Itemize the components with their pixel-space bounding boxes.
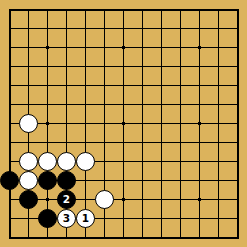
intersection[interactable] bbox=[114, 114, 133, 133]
intersection[interactable] bbox=[228, 76, 247, 95]
intersection[interactable] bbox=[190, 133, 209, 152]
intersection[interactable] bbox=[228, 171, 247, 190]
intersection[interactable] bbox=[19, 57, 38, 76]
intersection[interactable] bbox=[171, 38, 190, 57]
intersection[interactable] bbox=[209, 171, 228, 190]
intersection[interactable] bbox=[190, 57, 209, 76]
intersection[interactable] bbox=[133, 114, 152, 133]
intersection[interactable] bbox=[76, 19, 95, 38]
intersection[interactable] bbox=[228, 228, 247, 247]
intersection[interactable] bbox=[133, 38, 152, 57]
intersection[interactable] bbox=[19, 38, 38, 57]
white-stone: 3 bbox=[57, 209, 76, 228]
intersection[interactable] bbox=[152, 171, 171, 190]
intersection[interactable] bbox=[228, 152, 247, 171]
intersection[interactable] bbox=[76, 228, 95, 247]
intersection[interactable] bbox=[76, 0, 95, 19]
intersection[interactable] bbox=[114, 76, 133, 95]
black-stone bbox=[19, 190, 38, 209]
intersection[interactable] bbox=[95, 114, 114, 133]
intersection[interactable] bbox=[171, 133, 190, 152]
intersection[interactable] bbox=[19, 209, 38, 228]
intersection[interactable] bbox=[38, 114, 57, 133]
intersection[interactable] bbox=[190, 171, 209, 190]
intersection[interactable] bbox=[152, 95, 171, 114]
intersection[interactable] bbox=[76, 57, 95, 76]
intersection[interactable] bbox=[133, 133, 152, 152]
intersection[interactable] bbox=[171, 114, 190, 133]
intersection[interactable] bbox=[152, 133, 171, 152]
intersection[interactable] bbox=[114, 57, 133, 76]
intersection[interactable] bbox=[152, 57, 171, 76]
intersection[interactable] bbox=[209, 76, 228, 95]
intersection[interactable] bbox=[95, 76, 114, 95]
intersection[interactable] bbox=[228, 133, 247, 152]
white-stone bbox=[38, 152, 57, 171]
intersection[interactable] bbox=[209, 95, 228, 114]
white-stone bbox=[19, 171, 38, 190]
intersection[interactable] bbox=[57, 114, 76, 133]
white-stone bbox=[19, 152, 38, 171]
intersection[interactable] bbox=[133, 76, 152, 95]
intersection[interactable] bbox=[76, 190, 95, 209]
intersection[interactable] bbox=[133, 57, 152, 76]
intersection[interactable] bbox=[133, 0, 152, 19]
intersection[interactable] bbox=[0, 171, 19, 190]
intersection[interactable] bbox=[95, 190, 114, 209]
intersection[interactable] bbox=[190, 228, 209, 247]
intersection[interactable] bbox=[0, 209, 19, 228]
intersection[interactable] bbox=[209, 0, 228, 19]
intersection[interactable] bbox=[190, 190, 209, 209]
intersection[interactable] bbox=[57, 95, 76, 114]
intersection[interactable] bbox=[133, 228, 152, 247]
white-stone bbox=[95, 190, 114, 209]
intersection[interactable] bbox=[171, 228, 190, 247]
intersection[interactable] bbox=[152, 38, 171, 57]
intersection[interactable] bbox=[57, 76, 76, 95]
intersection[interactable]: 1 bbox=[76, 209, 95, 228]
intersection[interactable] bbox=[133, 95, 152, 114]
intersection[interactable] bbox=[190, 209, 209, 228]
intersection[interactable] bbox=[190, 95, 209, 114]
intersection[interactable] bbox=[95, 133, 114, 152]
intersection[interactable] bbox=[57, 171, 76, 190]
intersection[interactable] bbox=[171, 95, 190, 114]
intersection[interactable] bbox=[95, 19, 114, 38]
intersection[interactable] bbox=[228, 57, 247, 76]
intersection[interactable] bbox=[228, 95, 247, 114]
intersection[interactable] bbox=[19, 95, 38, 114]
intersection[interactable] bbox=[76, 38, 95, 57]
intersection[interactable] bbox=[114, 19, 133, 38]
intersection[interactable] bbox=[209, 133, 228, 152]
intersection[interactable] bbox=[190, 38, 209, 57]
intersection[interactable] bbox=[228, 0, 247, 19]
intersection[interactable] bbox=[76, 152, 95, 171]
black-stone bbox=[38, 171, 57, 190]
intersection[interactable] bbox=[19, 171, 38, 190]
black-stone bbox=[38, 209, 57, 228]
intersection[interactable] bbox=[0, 133, 19, 152]
intersection[interactable] bbox=[57, 19, 76, 38]
intersection[interactable] bbox=[19, 0, 38, 19]
intersection[interactable] bbox=[114, 133, 133, 152]
intersection[interactable] bbox=[114, 38, 133, 57]
intersection[interactable] bbox=[152, 190, 171, 209]
intersection[interactable] bbox=[38, 57, 57, 76]
black-stone bbox=[0, 171, 19, 190]
intersection[interactable] bbox=[133, 171, 152, 190]
intersection[interactable] bbox=[114, 152, 133, 171]
intersection[interactable] bbox=[95, 228, 114, 247]
intersection[interactable] bbox=[171, 57, 190, 76]
intersection[interactable] bbox=[171, 0, 190, 19]
intersection[interactable] bbox=[114, 171, 133, 190]
intersection[interactable] bbox=[0, 57, 19, 76]
intersection[interactable] bbox=[190, 19, 209, 38]
intersection[interactable] bbox=[0, 228, 19, 247]
intersection[interactable] bbox=[57, 0, 76, 19]
intersection[interactable] bbox=[38, 152, 57, 171]
intersection[interactable] bbox=[133, 209, 152, 228]
intersection[interactable] bbox=[38, 0, 57, 19]
intersection[interactable] bbox=[114, 209, 133, 228]
intersection[interactable] bbox=[19, 76, 38, 95]
intersection[interactable] bbox=[171, 209, 190, 228]
intersection[interactable]: 2 bbox=[57, 190, 76, 209]
intersection[interactable] bbox=[76, 133, 95, 152]
intersection[interactable] bbox=[0, 95, 19, 114]
intersection[interactable] bbox=[19, 190, 38, 209]
intersection[interactable] bbox=[76, 76, 95, 95]
intersection[interactable] bbox=[0, 19, 19, 38]
intersection[interactable] bbox=[95, 57, 114, 76]
intersection[interactable] bbox=[114, 95, 133, 114]
intersection[interactable] bbox=[38, 228, 57, 247]
intersection[interactable] bbox=[38, 133, 57, 152]
intersection[interactable]: 3 bbox=[57, 209, 76, 228]
intersection[interactable] bbox=[38, 19, 57, 38]
intersection[interactable] bbox=[133, 19, 152, 38]
intersection[interactable] bbox=[133, 190, 152, 209]
intersection[interactable] bbox=[114, 190, 133, 209]
intersection[interactable] bbox=[95, 0, 114, 19]
white-stone: 1 bbox=[76, 209, 95, 228]
intersection[interactable] bbox=[57, 228, 76, 247]
intersection[interactable] bbox=[209, 19, 228, 38]
intersection[interactable] bbox=[209, 152, 228, 171]
intersection[interactable] bbox=[209, 114, 228, 133]
intersection[interactable] bbox=[0, 114, 19, 133]
intersection[interactable] bbox=[57, 152, 76, 171]
intersection[interactable] bbox=[152, 0, 171, 19]
white-stone bbox=[57, 152, 76, 171]
intersection[interactable] bbox=[57, 133, 76, 152]
intersection[interactable] bbox=[171, 152, 190, 171]
intersection[interactable] bbox=[152, 76, 171, 95]
intersection[interactable] bbox=[19, 19, 38, 38]
intersection[interactable] bbox=[228, 19, 247, 38]
intersection[interactable] bbox=[228, 38, 247, 57]
intersection[interactable] bbox=[19, 228, 38, 247]
intersection[interactable] bbox=[0, 38, 19, 57]
intersection[interactable] bbox=[38, 76, 57, 95]
intersection[interactable] bbox=[190, 152, 209, 171]
intersection[interactable] bbox=[57, 38, 76, 57]
intersection[interactable] bbox=[76, 171, 95, 190]
intersection[interactable] bbox=[0, 152, 19, 171]
intersection[interactable] bbox=[133, 152, 152, 171]
intersection[interactable] bbox=[209, 190, 228, 209]
intersection[interactable] bbox=[76, 95, 95, 114]
intersection[interactable] bbox=[152, 152, 171, 171]
intersection[interactable] bbox=[228, 209, 247, 228]
intersection[interactable] bbox=[114, 228, 133, 247]
intersection[interactable] bbox=[114, 0, 133, 19]
black-stone bbox=[57, 171, 76, 190]
intersection[interactable] bbox=[228, 114, 247, 133]
intersection[interactable] bbox=[228, 190, 247, 209]
intersection[interactable] bbox=[171, 76, 190, 95]
intersection[interactable] bbox=[0, 190, 19, 209]
white-stone bbox=[19, 114, 38, 133]
intersection[interactable] bbox=[190, 76, 209, 95]
intersection[interactable] bbox=[95, 152, 114, 171]
intersection[interactable] bbox=[209, 57, 228, 76]
intersection[interactable] bbox=[152, 228, 171, 247]
intersection[interactable] bbox=[76, 114, 95, 133]
intersection[interactable] bbox=[19, 114, 38, 133]
intersection[interactable] bbox=[209, 228, 228, 247]
go-diagram: 231 bbox=[0, 0, 247, 247]
intersection[interactable] bbox=[95, 38, 114, 57]
intersection[interactable] bbox=[95, 171, 114, 190]
intersection[interactable] bbox=[38, 38, 57, 57]
intersection[interactable] bbox=[38, 95, 57, 114]
intersection[interactable] bbox=[38, 190, 57, 209]
intersection[interactable] bbox=[38, 209, 57, 228]
go-board: 231 bbox=[0, 0, 247, 247]
intersection[interactable] bbox=[95, 95, 114, 114]
intersection[interactable] bbox=[209, 209, 228, 228]
intersection[interactable] bbox=[190, 114, 209, 133]
intersection[interactable] bbox=[19, 133, 38, 152]
white-stone bbox=[76, 152, 95, 171]
intersection[interactable] bbox=[0, 0, 19, 19]
intersection[interactable] bbox=[190, 0, 209, 19]
intersection[interactable] bbox=[171, 171, 190, 190]
intersection[interactable] bbox=[38, 171, 57, 190]
intersection[interactable] bbox=[171, 19, 190, 38]
intersection[interactable] bbox=[19, 152, 38, 171]
black-stone: 2 bbox=[57, 190, 76, 209]
intersection[interactable] bbox=[95, 209, 114, 228]
intersection[interactable] bbox=[57, 57, 76, 76]
intersection[interactable] bbox=[152, 19, 171, 38]
intersection[interactable] bbox=[209, 38, 228, 57]
intersection[interactable] bbox=[0, 76, 19, 95]
intersection[interactable] bbox=[152, 114, 171, 133]
intersection[interactable] bbox=[152, 209, 171, 228]
intersection[interactable] bbox=[171, 190, 190, 209]
